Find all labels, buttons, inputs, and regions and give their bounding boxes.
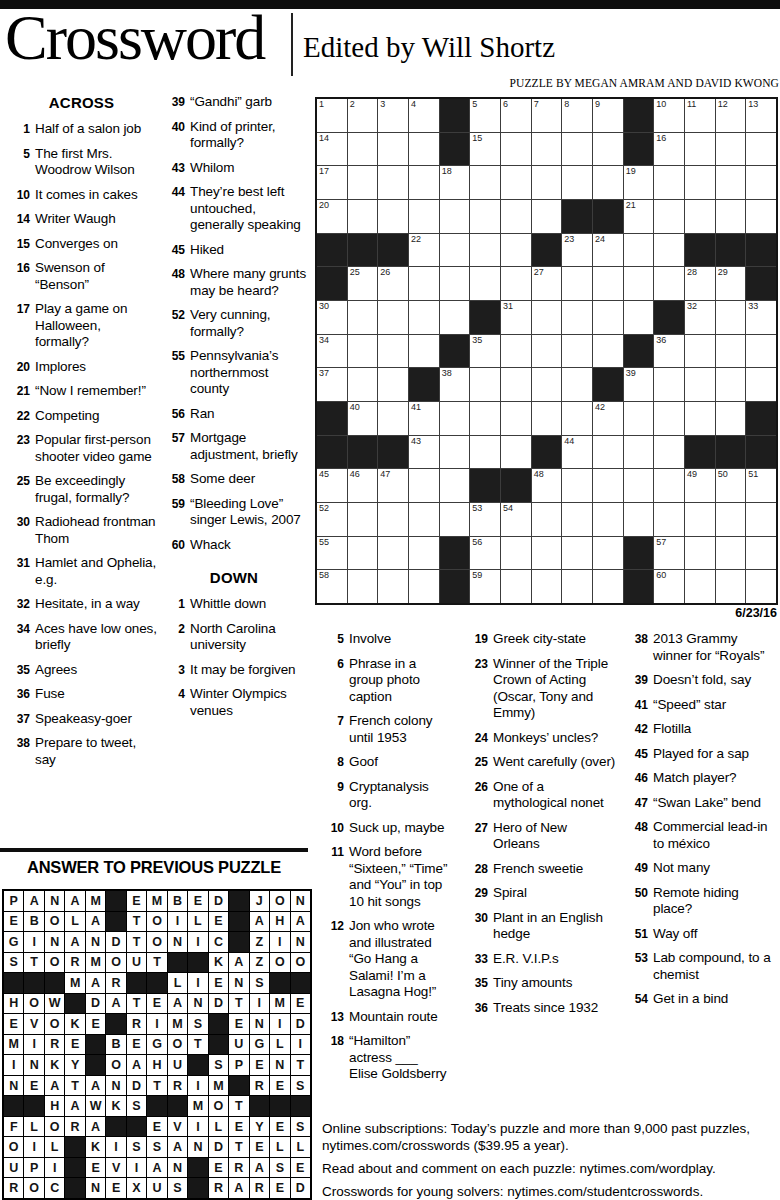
answer-cell: W	[86, 1096, 105, 1116]
grid-cell[interactable]	[440, 301, 470, 334]
down-clue-list-2: 19Greek city-state23Winner of the Triple…	[464, 631, 617, 1016]
clue-text: Competing	[35, 408, 157, 425]
grid-cell[interactable]: 34	[317, 335, 347, 368]
answer-cell: U	[168, 1055, 187, 1075]
answer-cell: H	[4, 994, 23, 1014]
grid-cell[interactable]	[409, 166, 439, 199]
grid-cell[interactable]	[624, 301, 654, 334]
grid-cell[interactable]	[470, 200, 500, 233]
grid-cell[interactable]	[440, 267, 470, 300]
grid-cell[interactable]	[654, 234, 684, 267]
grid-cell[interactable]	[624, 267, 654, 300]
grid-cell[interactable]: 24	[593, 234, 623, 267]
grid-cell[interactable]	[501, 200, 531, 233]
grid-cell[interactable]	[654, 267, 684, 300]
clue-text: Hero of New Orleans	[493, 820, 617, 853]
clue-text: 2013 Grammy winner for “Royals”	[653, 631, 780, 664]
grid-cell[interactable]	[440, 234, 470, 267]
grid-cell[interactable]	[716, 335, 746, 368]
grid-cell[interactable]	[501, 436, 531, 469]
clue: 2North Carolina university	[161, 621, 307, 654]
grid-cell[interactable]	[348, 537, 378, 570]
grid-cell[interactable]: 57	[654, 537, 684, 570]
grid-cell[interactable]: 6	[501, 99, 531, 132]
grid-cell[interactable]: 22	[409, 234, 439, 267]
grid-cell[interactable]	[562, 166, 592, 199]
clue-number: 25	[464, 754, 493, 771]
grid-cell[interactable]	[746, 166, 776, 199]
grid-cell[interactable]: 10	[654, 99, 684, 132]
grid-cell[interactable]	[593, 436, 623, 469]
grid-cell[interactable]	[532, 368, 562, 401]
answer-cell: M	[270, 994, 289, 1014]
clue-text: Pennsylvania’s northernmost county	[190, 348, 307, 398]
grid-cell[interactable]	[716, 537, 746, 570]
grid-cell[interactable]	[470, 368, 500, 401]
grid-cell[interactable]	[470, 166, 500, 199]
grid-cell[interactable]	[685, 570, 715, 603]
grid-cell[interactable]	[716, 402, 746, 435]
clue-number: 23	[464, 656, 493, 722]
grid-cell[interactable]	[654, 402, 684, 435]
grid-cell[interactable]	[685, 133, 715, 166]
grid-cell[interactable]	[501, 133, 531, 166]
clue-text: Converges on	[35, 236, 157, 253]
grid-cell[interactable]	[562, 335, 592, 368]
grid-cell[interactable]: 17	[317, 166, 347, 199]
answer-cell: D	[291, 1014, 310, 1034]
clue: 39“Gandhi” garb	[161, 94, 307, 111]
clue: 37Speakeasy-goer	[6, 711, 157, 728]
grid-cell[interactable]: 50	[716, 469, 746, 502]
grid-cell[interactable]	[440, 436, 470, 469]
grid-cell[interactable]: 46	[348, 469, 378, 502]
answer-cell: S	[270, 1158, 289, 1178]
clue-number: 14	[6, 211, 35, 228]
answer-cell: D	[86, 994, 105, 1014]
clue: 26One of a mythological nonet	[464, 779, 617, 812]
cell-number: 2	[350, 99, 355, 110]
grid-cell[interactable]	[593, 469, 623, 502]
grid-cell[interactable]	[378, 335, 408, 368]
grid-cell[interactable]: 31	[501, 301, 531, 334]
grid-cell[interactable]	[624, 469, 654, 502]
grid-cell[interactable]	[685, 368, 715, 401]
grid-cell[interactable]	[532, 166, 562, 199]
answer-cell: E	[147, 1117, 166, 1137]
answer-cell: E	[250, 1137, 269, 1157]
clue-number: 2	[161, 621, 190, 654]
clue: 46Match player?	[624, 770, 780, 787]
clue-text: Goof	[349, 754, 449, 771]
grid-cell[interactable]	[348, 166, 378, 199]
grid-cell[interactable]: 21	[624, 200, 654, 233]
answer-cell: F	[4, 1117, 23, 1137]
grid-cell[interactable]	[409, 537, 439, 570]
grid-cell[interactable]: 11	[685, 99, 715, 132]
grid-cell[interactable]	[501, 234, 531, 267]
grid-cell[interactable]	[562, 469, 592, 502]
grid-cell[interactable]: 55	[317, 537, 347, 570]
black-cell	[65, 1178, 84, 1198]
grid-cell[interactable]	[562, 301, 592, 334]
grid-cell[interactable]	[532, 133, 562, 166]
grid-cell[interactable]	[562, 368, 592, 401]
grid-cell[interactable]: 2	[348, 99, 378, 132]
grid-cell[interactable]	[470, 267, 500, 300]
grid-cell[interactable]	[501, 368, 531, 401]
grid-cell[interactable]	[716, 570, 746, 603]
grid-cell[interactable]	[654, 503, 684, 536]
clue: 33E.R. V.I.P.s	[464, 951, 617, 968]
grid-cell[interactable]	[470, 234, 500, 267]
clue: 42Flotilla	[624, 721, 780, 738]
black-cell	[532, 234, 562, 267]
clue: 40Kind of printer, formally?	[161, 119, 307, 152]
grid-cell[interactable]: 32	[685, 301, 715, 334]
answer-cell: A	[106, 994, 125, 1014]
grid-cell[interactable]: 9	[593, 99, 623, 132]
grid-cell[interactable]	[685, 335, 715, 368]
clue-number: 46	[624, 770, 653, 787]
grid-cell[interactable]	[654, 166, 684, 199]
grid-cell[interactable]	[378, 133, 408, 166]
grid-cell[interactable]: 23	[562, 234, 592, 267]
grid-cell[interactable]	[470, 402, 500, 435]
clue-number: 48	[624, 819, 653, 852]
grid-cell[interactable]	[501, 335, 531, 368]
grid-cell[interactable]	[716, 200, 746, 233]
grid-cell[interactable]: 27	[532, 267, 562, 300]
cell-number: 1	[319, 99, 324, 110]
answer-cell: A	[65, 932, 84, 952]
grid-cell[interactable]	[746, 335, 776, 368]
grid-cell[interactable]	[685, 166, 715, 199]
grid-cell[interactable]	[593, 537, 623, 570]
answer-cell: D	[209, 994, 228, 1014]
grid-cell[interactable]: 52	[317, 503, 347, 536]
grid-cell[interactable]	[378, 200, 408, 233]
clue: 55Pennsylvania’s northernmost county	[161, 348, 307, 398]
grid-cell[interactable]	[532, 503, 562, 536]
answer-cell: A	[86, 1117, 105, 1137]
grid-cell[interactable]: 15	[470, 133, 500, 166]
grid-cell[interactable]: 56	[470, 537, 500, 570]
grid-cell[interactable]	[532, 402, 562, 435]
grid-cell[interactable]	[440, 200, 470, 233]
grid-cell[interactable]	[685, 503, 715, 536]
answer-cell: U	[147, 1178, 166, 1198]
grid-cell[interactable]: 59	[470, 570, 500, 603]
answer-cell: V	[168, 1117, 187, 1137]
grid-cell[interactable]	[348, 368, 378, 401]
grid-cell[interactable]	[409, 301, 439, 334]
grid-cell[interactable]	[746, 200, 776, 233]
grid-cell[interactable]	[501, 537, 531, 570]
grid-cell[interactable]	[716, 301, 746, 334]
grid-cell[interactable]	[378, 166, 408, 199]
grid-cell[interactable]: 30	[317, 301, 347, 334]
grid-cell[interactable]	[378, 368, 408, 401]
grid-cell[interactable]: 3	[378, 99, 408, 132]
grid-cell[interactable]: 37	[317, 368, 347, 401]
grid-cell[interactable]	[348, 335, 378, 368]
grid-cell[interactable]: 5	[470, 99, 500, 132]
grid-cell[interactable]	[593, 133, 623, 166]
grid-cell[interactable]: 4	[409, 99, 439, 132]
cell-number: 26	[380, 267, 390, 278]
black-cell	[716, 436, 746, 469]
clue-number: 41	[624, 697, 653, 714]
grid-cell[interactable]	[378, 570, 408, 603]
grid-cell[interactable]	[562, 133, 592, 166]
clue: 45Played for a sap	[624, 746, 780, 763]
grid-cell[interactable]: 47	[378, 469, 408, 502]
grid-cell[interactable]	[440, 469, 470, 502]
grid-cell[interactable]: 45	[317, 469, 347, 502]
cell-number: 57	[656, 537, 666, 548]
black-cell	[229, 891, 248, 911]
grid-cell[interactable]	[593, 267, 623, 300]
grid-cell[interactable]: 12	[716, 99, 746, 132]
clue-text: Spiral	[493, 885, 617, 902]
grid-cell[interactable]	[348, 200, 378, 233]
clue: 18“Hamilton” actress ___ Elise Goldsberr…	[320, 1033, 449, 1083]
clue-number: 34	[6, 621, 35, 654]
grid-cell[interactable]: 28	[685, 267, 715, 300]
grid-cell[interactable]	[409, 570, 439, 603]
black-cell	[470, 469, 500, 502]
grid-cell[interactable]: 39	[624, 368, 654, 401]
grid-cell[interactable]	[378, 503, 408, 536]
grid-cell[interactable]: 48	[532, 469, 562, 502]
grid-cell[interactable]	[624, 234, 654, 267]
answer-cell: N	[270, 1055, 289, 1075]
grid-cell[interactable]	[593, 503, 623, 536]
grid-cell[interactable]	[685, 200, 715, 233]
grid-cell[interactable]: 29	[716, 267, 746, 300]
cell-number: 8	[564, 99, 569, 110]
answer-cell: R	[45, 1035, 64, 1055]
grid-cell[interactable]: 1	[317, 99, 347, 132]
grid-cell[interactable]	[440, 503, 470, 536]
answer-cell: O	[270, 953, 289, 973]
cell-number: 24	[595, 234, 605, 245]
black-cell	[746, 234, 776, 267]
answer-cell: A	[229, 1178, 248, 1198]
clue: 10Suck up, maybe	[320, 820, 449, 837]
grid-cell[interactable]	[348, 133, 378, 166]
grid-cell[interactable]	[532, 537, 562, 570]
grid-cell[interactable]: 41	[409, 402, 439, 435]
grid-cell[interactable]: 54	[501, 503, 531, 536]
black-cell	[229, 1076, 248, 1096]
answer-cell: S	[4, 953, 23, 973]
grid-cell[interactable]	[685, 402, 715, 435]
clue: 43Whilom	[161, 160, 307, 177]
grid-cell[interactable]	[378, 402, 408, 435]
clue: 30Radiohead frontman Thom	[6, 514, 157, 547]
black-cell	[593, 368, 623, 401]
grid-cell[interactable]	[685, 537, 715, 570]
grid-cell[interactable]	[624, 503, 654, 536]
grid-cell[interactable]: 8	[562, 99, 592, 132]
grid-cell[interactable]: 40	[348, 402, 378, 435]
grid-cell[interactable]	[746, 503, 776, 536]
cell-number: 44	[564, 436, 574, 447]
grid-cell[interactable]	[501, 267, 531, 300]
clue-text: “Bleeding Love” singer Lewis, 2007	[190, 496, 307, 529]
grid-cell[interactable]: 13	[746, 99, 776, 132]
black-cell	[440, 335, 470, 368]
answer-cell: J	[250, 891, 269, 911]
grid-cell[interactable]: 26	[378, 267, 408, 300]
clue: 60Whack	[161, 537, 307, 554]
grid-cell[interactable]	[593, 335, 623, 368]
clue-number: 39	[161, 94, 190, 111]
grid-cell[interactable]	[562, 537, 592, 570]
grid-cell[interactable]: 60	[654, 570, 684, 603]
grid-cell[interactable]: 36	[654, 335, 684, 368]
grid-cell[interactable]: 58	[317, 570, 347, 603]
grid-cell[interactable]	[562, 570, 592, 603]
grid-cell[interactable]: 25	[348, 267, 378, 300]
clue-number: 8	[320, 754, 349, 771]
grid-cell[interactable]	[746, 537, 776, 570]
grid-cell[interactable]	[501, 166, 531, 199]
grid-cell[interactable]	[470, 436, 500, 469]
cell-number: 4	[411, 99, 416, 110]
answer-cell: O	[106, 1055, 125, 1075]
grid-cell[interactable]: 16	[654, 133, 684, 166]
grid-cell[interactable]: 35	[470, 335, 500, 368]
grid-cell[interactable]	[409, 133, 439, 166]
grid-cell[interactable]	[532, 301, 562, 334]
grid-cell[interactable]	[501, 402, 531, 435]
page-title: Crossword	[5, 2, 264, 74]
grid-cell[interactable]	[746, 368, 776, 401]
clue: 15Converges on	[6, 236, 157, 253]
answer-cell: M	[147, 891, 166, 911]
clue-text: Swenson of “Benson”	[35, 260, 157, 293]
grid-cell[interactable]	[532, 200, 562, 233]
cell-number: 34	[319, 335, 329, 346]
cell-number: 11	[687, 99, 696, 110]
grid-cell[interactable]: 14	[317, 133, 347, 166]
grid-cell[interactable]	[378, 537, 408, 570]
answer-cell: D	[127, 1076, 146, 1096]
clue-text: Speakeasy-goer	[35, 711, 157, 728]
answer-cell: M	[188, 1096, 207, 1116]
grid-cell[interactable]: 38	[440, 368, 470, 401]
grid-cell[interactable]	[593, 166, 623, 199]
grid-cell[interactable]: 49	[685, 469, 715, 502]
answer-cell: R	[65, 953, 84, 973]
grid-cell[interactable]	[716, 166, 746, 199]
answer-cell: Z	[250, 953, 269, 973]
grid-cell[interactable]	[409, 200, 439, 233]
clue-text: Implores	[35, 359, 157, 376]
grid-cell[interactable]: 18	[440, 166, 470, 199]
answer-cell: L	[270, 1137, 289, 1157]
grid-cell[interactable]: 19	[624, 166, 654, 199]
grid-cell[interactable]	[409, 335, 439, 368]
grid-cell[interactable]	[562, 503, 592, 536]
clue-number: 17	[6, 301, 35, 351]
grid-cell[interactable]	[654, 436, 684, 469]
grid-cell[interactable]	[409, 503, 439, 536]
answer-cell: O	[209, 1096, 228, 1116]
clue-number: 3	[161, 662, 190, 679]
grid-cell[interactable]	[624, 402, 654, 435]
grid-cell[interactable]: 43	[409, 436, 439, 469]
answer-cell: T	[229, 1096, 248, 1116]
clue-number: 55	[161, 348, 190, 398]
grid-cell[interactable]	[501, 570, 531, 603]
grid-cell[interactable]	[532, 570, 562, 603]
answer-cell: L	[270, 1035, 289, 1055]
grid-cell[interactable]	[746, 133, 776, 166]
grid-cell[interactable]	[409, 469, 439, 502]
grid-cell[interactable]	[654, 469, 684, 502]
grid-cell[interactable]: 51	[746, 469, 776, 502]
cell-number: 28	[687, 267, 697, 278]
answer-cell: I	[188, 973, 207, 993]
answer-cell: P	[229, 1055, 248, 1075]
answer-cell: I	[106, 1137, 125, 1157]
grid-cell[interactable]	[562, 267, 592, 300]
black-cell	[624, 133, 654, 166]
grid-cell[interactable]	[716, 133, 746, 166]
grid-cell[interactable]	[532, 335, 562, 368]
grid-cell[interactable]	[654, 368, 684, 401]
clue-number: 27	[464, 820, 493, 853]
grid-cell[interactable]: 7	[532, 99, 562, 132]
answer-cell: E	[106, 1178, 125, 1198]
grid-cell[interactable]	[716, 503, 746, 536]
grid-cell[interactable]	[348, 301, 378, 334]
grid-cell[interactable]	[562, 402, 592, 435]
answer-cell: L	[188, 912, 207, 932]
grid-cell[interactable]	[624, 436, 654, 469]
grid-cell[interactable]	[593, 301, 623, 334]
clue-text: Remote hiding place?	[653, 885, 780, 918]
grid-cell[interactable]: 33	[746, 301, 776, 334]
grid-cell[interactable]	[378, 301, 408, 334]
grid-cell[interactable]: 42	[593, 402, 623, 435]
answer-cell: I	[45, 1158, 64, 1178]
grid-cell[interactable]	[746, 570, 776, 603]
grid-cell[interactable]	[440, 402, 470, 435]
grid-cell[interactable]	[593, 570, 623, 603]
grid-cell[interactable]	[348, 570, 378, 603]
answer-cell: M	[209, 1076, 228, 1096]
clue-number: 60	[161, 537, 190, 554]
grid-cell[interactable]	[716, 368, 746, 401]
answer-cell: L	[24, 1117, 43, 1137]
grid-cell[interactable]	[409, 267, 439, 300]
grid-cell[interactable]: 53	[470, 503, 500, 536]
cell-number: 48	[534, 469, 544, 480]
answer-cell: T	[65, 1076, 84, 1096]
clue-number: 45	[161, 242, 190, 259]
grid-cell[interactable]	[348, 503, 378, 536]
clue: 17Play a game on Halloween, formally?	[6, 301, 157, 351]
clue-text: Treats since 1932	[493, 1000, 617, 1017]
grid-cell[interactable]: 20	[317, 200, 347, 233]
grid-cell[interactable]: 44	[562, 436, 592, 469]
grid-cell[interactable]	[654, 200, 684, 233]
